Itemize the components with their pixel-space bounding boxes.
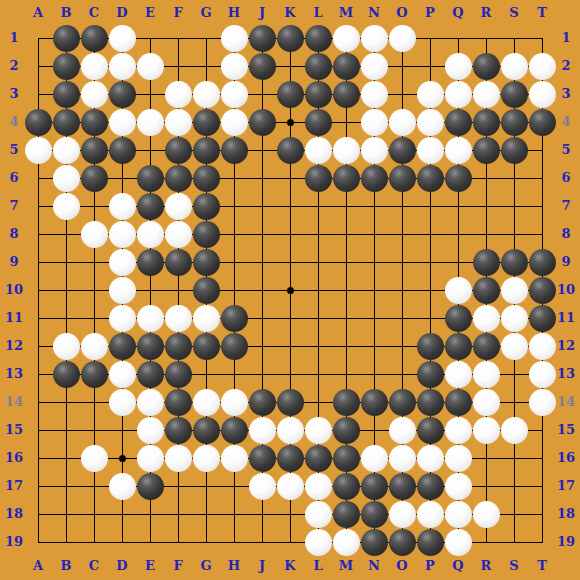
stone-white-Q15 bbox=[445, 417, 472, 444]
stone-white-C3 bbox=[81, 81, 108, 108]
top-col-label-Q: Q bbox=[444, 6, 472, 20]
stone-black-L16 bbox=[305, 445, 332, 472]
stone-white-E14 bbox=[137, 389, 164, 416]
stone-black-F6 bbox=[165, 165, 192, 192]
left-row-label-16: 16 bbox=[0, 451, 28, 465]
left-row-label-19: 19 bbox=[0, 535, 28, 549]
top-col-label-R: R bbox=[472, 6, 500, 20]
top-col-label-G: G bbox=[192, 6, 220, 20]
stone-white-T12 bbox=[529, 333, 556, 360]
stone-black-K1 bbox=[277, 25, 304, 52]
stone-black-H5 bbox=[221, 137, 248, 164]
stone-white-T3 bbox=[529, 81, 556, 108]
stone-white-F3 bbox=[165, 81, 192, 108]
stone-black-Q6 bbox=[445, 165, 472, 192]
stone-white-R13 bbox=[473, 361, 500, 388]
stone-white-T2 bbox=[529, 53, 556, 80]
stone-white-O1 bbox=[389, 25, 416, 52]
bottom-col-label-E: E bbox=[136, 559, 164, 573]
top-col-label-M: M bbox=[332, 6, 360, 20]
right-row-label-1: 1 bbox=[552, 31, 580, 45]
stone-white-C12 bbox=[81, 333, 108, 360]
stone-black-P14 bbox=[417, 389, 444, 416]
stone-black-A4 bbox=[25, 109, 52, 136]
bottom-col-label-D: D bbox=[108, 559, 136, 573]
left-row-label-10: 10 bbox=[0, 283, 28, 297]
stone-white-E8 bbox=[137, 221, 164, 248]
stone-black-J16 bbox=[249, 445, 276, 472]
left-row-label-8: 8 bbox=[0, 227, 28, 241]
stone-white-R15 bbox=[473, 417, 500, 444]
top-col-label-C: C bbox=[80, 6, 108, 20]
stone-white-E4 bbox=[137, 109, 164, 136]
right-row-label-7: 7 bbox=[552, 199, 580, 213]
stone-white-P18 bbox=[417, 501, 444, 528]
stone-black-J4 bbox=[249, 109, 276, 136]
stone-black-P13 bbox=[417, 361, 444, 388]
stone-white-F4 bbox=[165, 109, 192, 136]
stone-white-O15 bbox=[389, 417, 416, 444]
right-row-label-3: 3 bbox=[552, 87, 580, 101]
stone-black-H12 bbox=[221, 333, 248, 360]
stone-white-G14 bbox=[193, 389, 220, 416]
stone-black-C13 bbox=[81, 361, 108, 388]
stone-white-D2 bbox=[109, 53, 136, 80]
stone-black-P12 bbox=[417, 333, 444, 360]
stone-black-E12 bbox=[137, 333, 164, 360]
stone-black-D12 bbox=[109, 333, 136, 360]
bottom-col-label-R: R bbox=[472, 559, 500, 573]
stone-black-N19 bbox=[361, 529, 388, 556]
stone-white-A5 bbox=[25, 137, 52, 164]
top-col-label-A: A bbox=[24, 6, 52, 20]
stone-black-B13 bbox=[53, 361, 80, 388]
stone-white-E15 bbox=[137, 417, 164, 444]
stone-black-R2 bbox=[473, 53, 500, 80]
stone-black-O19 bbox=[389, 529, 416, 556]
stone-white-D11 bbox=[109, 305, 136, 332]
stone-white-H4 bbox=[221, 109, 248, 136]
stone-black-K16 bbox=[277, 445, 304, 472]
bottom-col-label-S: S bbox=[500, 559, 528, 573]
stone-black-M2 bbox=[333, 53, 360, 80]
stone-white-N3 bbox=[361, 81, 388, 108]
left-row-label-3: 3 bbox=[0, 87, 28, 101]
left-row-label-13: 13 bbox=[0, 367, 28, 381]
stone-black-R12 bbox=[473, 333, 500, 360]
top-col-label-P: P bbox=[416, 6, 444, 20]
left-row-label-9: 9 bbox=[0, 255, 28, 269]
right-row-label-12: 12 bbox=[552, 339, 580, 353]
stone-black-N14 bbox=[361, 389, 388, 416]
stone-black-S4 bbox=[501, 109, 528, 136]
stone-white-Q16 bbox=[445, 445, 472, 472]
bottom-col-label-B: B bbox=[52, 559, 80, 573]
stone-white-D1 bbox=[109, 25, 136, 52]
right-row-label-10: 10 bbox=[552, 283, 580, 297]
stone-white-F7 bbox=[165, 193, 192, 220]
stone-white-K15 bbox=[277, 417, 304, 444]
stone-black-R9 bbox=[473, 249, 500, 276]
stone-white-Q18 bbox=[445, 501, 472, 528]
stone-white-F8 bbox=[165, 221, 192, 248]
stone-white-Q10 bbox=[445, 277, 472, 304]
stone-black-F13 bbox=[165, 361, 192, 388]
stone-white-N4 bbox=[361, 109, 388, 136]
stone-white-H1 bbox=[221, 25, 248, 52]
left-row-label-7: 7 bbox=[0, 199, 28, 213]
stone-white-R11 bbox=[473, 305, 500, 332]
stone-white-H3 bbox=[221, 81, 248, 108]
stone-white-L18 bbox=[305, 501, 332, 528]
stone-black-Q12 bbox=[445, 333, 472, 360]
right-row-label-11: 11 bbox=[552, 311, 580, 325]
top-col-label-O: O bbox=[388, 6, 416, 20]
stone-white-Q19 bbox=[445, 529, 472, 556]
stone-black-E9 bbox=[137, 249, 164, 276]
stone-black-R5 bbox=[473, 137, 500, 164]
stone-black-J1 bbox=[249, 25, 276, 52]
top-col-label-H: H bbox=[220, 6, 248, 20]
stone-black-R10 bbox=[473, 277, 500, 304]
stone-white-D4 bbox=[109, 109, 136, 136]
right-row-label-14: 14 bbox=[552, 395, 580, 409]
stone-black-E6 bbox=[137, 165, 164, 192]
bottom-col-label-G: G bbox=[192, 559, 220, 573]
right-row-label-19: 19 bbox=[552, 535, 580, 549]
stone-black-C4 bbox=[81, 109, 108, 136]
stone-white-Q13 bbox=[445, 361, 472, 388]
stone-black-D5 bbox=[109, 137, 136, 164]
stone-black-P6 bbox=[417, 165, 444, 192]
right-row-label-5: 5 bbox=[552, 143, 580, 157]
stone-black-D3 bbox=[109, 81, 136, 108]
stone-black-Q11 bbox=[445, 305, 472, 332]
stone-white-J17 bbox=[249, 473, 276, 500]
stone-black-G7 bbox=[193, 193, 220, 220]
bottom-col-label-N: N bbox=[360, 559, 388, 573]
top-col-label-B: B bbox=[52, 6, 80, 20]
bottom-col-label-O: O bbox=[388, 559, 416, 573]
top-col-label-F: F bbox=[164, 6, 192, 20]
stone-white-Q17 bbox=[445, 473, 472, 500]
stone-black-P15 bbox=[417, 417, 444, 444]
left-row-label-14: 14 bbox=[0, 395, 28, 409]
stone-black-M6 bbox=[333, 165, 360, 192]
stone-black-E13 bbox=[137, 361, 164, 388]
stone-black-L6 bbox=[305, 165, 332, 192]
stone-white-D7 bbox=[109, 193, 136, 220]
right-row-label-13: 13 bbox=[552, 367, 580, 381]
stone-white-C16 bbox=[81, 445, 108, 472]
stone-white-N2 bbox=[361, 53, 388, 80]
stone-black-K5 bbox=[277, 137, 304, 164]
stone-black-F12 bbox=[165, 333, 192, 360]
stone-white-G11 bbox=[193, 305, 220, 332]
stone-white-Q5 bbox=[445, 137, 472, 164]
left-row-label-17: 17 bbox=[0, 479, 28, 493]
stone-white-N5 bbox=[361, 137, 388, 164]
stone-black-G4 bbox=[193, 109, 220, 136]
stone-white-T14 bbox=[529, 389, 556, 416]
goban[interactable]: AABBCCDDEEFFGGHHJJKKLLMMNNOOPPQQRRSSTT11… bbox=[0, 0, 580, 580]
stone-black-H11 bbox=[221, 305, 248, 332]
stone-white-C8 bbox=[81, 221, 108, 248]
stone-white-S10 bbox=[501, 277, 528, 304]
stone-white-M19 bbox=[333, 529, 360, 556]
stone-black-B2 bbox=[53, 53, 80, 80]
stone-white-P3 bbox=[417, 81, 444, 108]
stone-white-O18 bbox=[389, 501, 416, 528]
left-row-label-18: 18 bbox=[0, 507, 28, 521]
stone-white-Q3 bbox=[445, 81, 472, 108]
top-col-label-D: D bbox=[108, 6, 136, 20]
stone-black-K14 bbox=[277, 389, 304, 416]
stone-white-S11 bbox=[501, 305, 528, 332]
stone-black-Q4 bbox=[445, 109, 472, 136]
stone-white-R3 bbox=[473, 81, 500, 108]
right-row-label-8: 8 bbox=[552, 227, 580, 241]
stone-black-C1 bbox=[81, 25, 108, 52]
bottom-col-label-A: A bbox=[24, 559, 52, 573]
stone-white-O4 bbox=[389, 109, 416, 136]
right-row-label-6: 6 bbox=[552, 171, 580, 185]
stone-black-F15 bbox=[165, 417, 192, 444]
star-point-K4 bbox=[287, 119, 294, 126]
stone-black-S9 bbox=[501, 249, 528, 276]
top-col-label-E: E bbox=[136, 6, 164, 20]
right-row-label-2: 2 bbox=[552, 59, 580, 73]
stone-black-T11 bbox=[529, 305, 556, 332]
stone-black-N6 bbox=[361, 165, 388, 192]
right-row-label-17: 17 bbox=[552, 479, 580, 493]
stone-white-T13 bbox=[529, 361, 556, 388]
stone-black-M15 bbox=[333, 417, 360, 444]
stone-black-M3 bbox=[333, 81, 360, 108]
stone-white-L15 bbox=[305, 417, 332, 444]
stone-black-E7 bbox=[137, 193, 164, 220]
stone-white-L5 bbox=[305, 137, 332, 164]
stone-white-L19 bbox=[305, 529, 332, 556]
stone-black-J14 bbox=[249, 389, 276, 416]
top-col-label-K: K bbox=[276, 6, 304, 20]
stone-black-G15 bbox=[193, 417, 220, 444]
star-point-D16 bbox=[119, 455, 126, 462]
stone-white-P16 bbox=[417, 445, 444, 472]
right-row-label-4: 4 bbox=[552, 115, 580, 129]
bottom-col-label-Q: Q bbox=[444, 559, 472, 573]
stone-white-B6 bbox=[53, 165, 80, 192]
stone-white-O16 bbox=[389, 445, 416, 472]
bottom-col-label-T: T bbox=[528, 559, 556, 573]
stone-white-B5 bbox=[53, 137, 80, 164]
bottom-col-label-C: C bbox=[80, 559, 108, 573]
stone-black-N17 bbox=[361, 473, 388, 500]
stone-black-T4 bbox=[529, 109, 556, 136]
bottom-col-label-J: J bbox=[248, 559, 276, 573]
bottom-col-label-K: K bbox=[276, 559, 304, 573]
left-row-label-6: 6 bbox=[0, 171, 28, 185]
stone-black-G6 bbox=[193, 165, 220, 192]
stone-black-P19 bbox=[417, 529, 444, 556]
left-row-label-1: 1 bbox=[0, 31, 28, 45]
stone-white-D9 bbox=[109, 249, 136, 276]
bottom-col-label-P: P bbox=[416, 559, 444, 573]
stone-black-N18 bbox=[361, 501, 388, 528]
top-col-label-S: S bbox=[500, 6, 528, 20]
top-col-label-L: L bbox=[304, 6, 332, 20]
left-row-label-4: 4 bbox=[0, 115, 28, 129]
stone-white-D8 bbox=[109, 221, 136, 248]
stone-white-N1 bbox=[361, 25, 388, 52]
stone-white-G16 bbox=[193, 445, 220, 472]
bottom-col-label-F: F bbox=[164, 559, 192, 573]
right-row-label-16: 16 bbox=[552, 451, 580, 465]
star-point-K10 bbox=[287, 287, 294, 294]
stone-black-E17 bbox=[137, 473, 164, 500]
stone-black-T9 bbox=[529, 249, 556, 276]
right-row-label-9: 9 bbox=[552, 255, 580, 269]
stone-white-S12 bbox=[501, 333, 528, 360]
left-row-label-12: 12 bbox=[0, 339, 28, 353]
stone-black-H15 bbox=[221, 417, 248, 444]
stone-white-Q2 bbox=[445, 53, 472, 80]
stone-black-R4 bbox=[473, 109, 500, 136]
stone-white-E16 bbox=[137, 445, 164, 472]
stone-black-L4 bbox=[305, 109, 332, 136]
stone-black-K3 bbox=[277, 81, 304, 108]
stone-black-Q14 bbox=[445, 389, 472, 416]
stone-black-O14 bbox=[389, 389, 416, 416]
stone-white-B12 bbox=[53, 333, 80, 360]
stone-black-L3 bbox=[305, 81, 332, 108]
stone-white-N16 bbox=[361, 445, 388, 472]
stone-white-P4 bbox=[417, 109, 444, 136]
stone-white-G3 bbox=[193, 81, 220, 108]
stone-black-M18 bbox=[333, 501, 360, 528]
bottom-col-label-H: H bbox=[220, 559, 248, 573]
stone-black-M17 bbox=[333, 473, 360, 500]
stone-black-F9 bbox=[165, 249, 192, 276]
right-row-label-15: 15 bbox=[552, 423, 580, 437]
bottom-col-label-M: M bbox=[332, 559, 360, 573]
stone-white-S2 bbox=[501, 53, 528, 80]
stone-black-F5 bbox=[165, 137, 192, 164]
stone-white-E2 bbox=[137, 53, 164, 80]
stone-black-M14 bbox=[333, 389, 360, 416]
stone-black-B3 bbox=[53, 81, 80, 108]
stone-black-C6 bbox=[81, 165, 108, 192]
stone-black-G12 bbox=[193, 333, 220, 360]
top-col-label-N: N bbox=[360, 6, 388, 20]
stone-white-D17 bbox=[109, 473, 136, 500]
stone-white-F11 bbox=[165, 305, 192, 332]
stone-black-P17 bbox=[417, 473, 444, 500]
stone-black-S5 bbox=[501, 137, 528, 164]
left-row-label-15: 15 bbox=[0, 423, 28, 437]
stone-white-R14 bbox=[473, 389, 500, 416]
stone-black-O6 bbox=[389, 165, 416, 192]
stone-white-J15 bbox=[249, 417, 276, 444]
stone-white-B7 bbox=[53, 193, 80, 220]
right-row-label-18: 18 bbox=[552, 507, 580, 521]
stone-white-C2 bbox=[81, 53, 108, 80]
stone-black-L2 bbox=[305, 53, 332, 80]
stone-black-J2 bbox=[249, 53, 276, 80]
stone-black-G10 bbox=[193, 277, 220, 304]
stone-black-B1 bbox=[53, 25, 80, 52]
stone-white-H2 bbox=[221, 53, 248, 80]
stone-white-D13 bbox=[109, 361, 136, 388]
left-row-label-5: 5 bbox=[0, 143, 28, 157]
stone-white-H16 bbox=[221, 445, 248, 472]
stone-black-C5 bbox=[81, 137, 108, 164]
stone-black-M16 bbox=[333, 445, 360, 472]
stone-black-O5 bbox=[389, 137, 416, 164]
stone-white-M5 bbox=[333, 137, 360, 164]
stone-white-R18 bbox=[473, 501, 500, 528]
stone-white-H14 bbox=[221, 389, 248, 416]
stone-white-E11 bbox=[137, 305, 164, 332]
stone-white-F16 bbox=[165, 445, 192, 472]
stone-black-O17 bbox=[389, 473, 416, 500]
stone-white-K17 bbox=[277, 473, 304, 500]
stone-white-L17 bbox=[305, 473, 332, 500]
stone-white-P5 bbox=[417, 137, 444, 164]
stone-black-L1 bbox=[305, 25, 332, 52]
stone-black-G8 bbox=[193, 221, 220, 248]
stone-white-D14 bbox=[109, 389, 136, 416]
stone-black-B4 bbox=[53, 109, 80, 136]
stone-black-S3 bbox=[501, 81, 528, 108]
bottom-col-label-L: L bbox=[304, 559, 332, 573]
top-col-label-T: T bbox=[528, 6, 556, 20]
left-row-label-11: 11 bbox=[0, 311, 28, 325]
stone-white-M1 bbox=[333, 25, 360, 52]
stone-white-S15 bbox=[501, 417, 528, 444]
stone-black-G5 bbox=[193, 137, 220, 164]
stone-white-D10 bbox=[109, 277, 136, 304]
stone-black-T10 bbox=[529, 277, 556, 304]
stone-black-G9 bbox=[193, 249, 220, 276]
stone-black-F14 bbox=[165, 389, 192, 416]
top-col-label-J: J bbox=[248, 6, 276, 20]
left-row-label-2: 2 bbox=[0, 59, 28, 73]
